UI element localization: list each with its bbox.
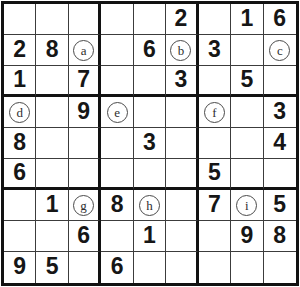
sudoku-cell-r3c1[interactable]: 1	[4, 66, 36, 97]
sudoku-cell-r4c3[interactable]: 9	[69, 97, 101, 128]
sudoku-cell-r5c6[interactable]	[166, 128, 198, 159]
sudoku-cell-r1c3[interactable]	[69, 4, 101, 35]
given-digit: 5	[240, 68, 253, 91]
sudoku-cell-r5c3[interactable]	[69, 128, 101, 159]
sudoku-cell-r3c4[interactable]	[101, 66, 133, 97]
sudoku-cell-r7c3[interactable]: g	[69, 190, 101, 221]
sudoku-cell-r8c5[interactable]: 1	[134, 221, 166, 252]
sudoku-cell-r5c8[interactable]	[231, 128, 263, 159]
sudoku-cell-r5c1[interactable]: 8	[4, 128, 36, 159]
given-digit: 1	[143, 224, 156, 247]
sudoku-cell-r6c5[interactable]	[134, 159, 166, 190]
given-digit: 6	[77, 224, 90, 247]
sudoku-cell-r7c9[interactable]: 5	[264, 190, 296, 221]
given-digit: 2	[13, 38, 26, 61]
sudoku-cell-r4c5[interactable]	[134, 97, 166, 128]
sudoku-cell-r5c4[interactable]	[101, 128, 133, 159]
sudoku-cell-r7c2[interactable]: 1	[36, 190, 68, 221]
sudoku-cell-r2c3[interactable]: a	[69, 35, 101, 66]
circled-letter-f: f	[204, 102, 225, 123]
sudoku-cell-r4c1[interactable]: d	[4, 97, 36, 128]
sudoku-cell-r4c6[interactable]	[166, 97, 198, 128]
circled-letter-e: e	[107, 102, 128, 123]
sudoku-cell-r4c7[interactable]: f	[199, 97, 231, 128]
sudoku-cell-r9c3[interactable]	[69, 252, 101, 283]
circled-letter-h: h	[139, 195, 160, 216]
sudoku-cell-r1c4[interactable]	[101, 4, 133, 35]
sudoku-cell-r8c4[interactable]	[101, 221, 133, 252]
sudoku-cell-r3c8[interactable]: 5	[231, 66, 263, 97]
sudoku-cell-r1c6[interactable]: 2	[166, 4, 198, 35]
sudoku-cell-r1c7[interactable]	[199, 4, 231, 35]
given-digit: 6	[13, 161, 26, 184]
sudoku-cell-r8c6[interactable]	[166, 221, 198, 252]
given-digit: 7	[208, 193, 221, 216]
sudoku-cell-r3c3[interactable]: 7	[69, 66, 101, 97]
given-digit: 3	[273, 100, 286, 123]
sudoku-cell-r4c9[interactable]: 3	[264, 97, 296, 128]
given-digit: 4	[273, 131, 286, 154]
sudoku-cell-r2c5[interactable]: 6	[134, 35, 166, 66]
given-digit: 5	[273, 193, 286, 216]
sudoku-cell-r6c7[interactable]: 5	[199, 159, 231, 190]
given-digit: 1	[46, 193, 59, 216]
given-digit: 5	[46, 255, 59, 278]
sudoku-cell-r4c8[interactable]	[231, 97, 263, 128]
circled-letter-d: d	[9, 102, 30, 123]
circled-letter-c: c	[269, 40, 290, 61]
sudoku-cell-r2c1[interactable]: 2	[4, 35, 36, 66]
given-digit: 3	[175, 68, 188, 91]
given-digit: 9	[13, 255, 26, 278]
sudoku-cell-r8c8[interactable]: 9	[231, 221, 263, 252]
sudoku-cell-r2c6[interactable]: b	[166, 35, 198, 66]
given-digit: 8	[13, 131, 26, 154]
sudoku-cell-r6c4[interactable]	[101, 159, 133, 190]
circled-letter-a: a	[73, 40, 94, 61]
sudoku-cell-r2c9[interactable]: c	[264, 35, 296, 66]
sudoku-cell-r6c1[interactable]: 6	[4, 159, 36, 190]
sudoku-cell-r7c5[interactable]: h	[134, 190, 166, 221]
sudoku-cell-r6c6[interactable]	[166, 159, 198, 190]
given-digit: 9	[240, 224, 253, 247]
sudoku-cell-r1c1[interactable]	[4, 4, 36, 35]
given-digit: 2	[175, 7, 188, 30]
given-digit: 8	[46, 38, 59, 61]
sudoku-cell-r2c2[interactable]: 8	[36, 35, 68, 66]
sudoku-cell-r8c3[interactable]: 6	[69, 221, 101, 252]
sudoku-cell-r7c7[interactable]: 7	[199, 190, 231, 221]
sudoku-cell-r9c4[interactable]: 6	[101, 252, 133, 283]
sudoku-cell-r3c5[interactable]	[134, 66, 166, 97]
sudoku-cell-r4c4[interactable]: e	[101, 97, 133, 128]
given-digit: 8	[273, 224, 286, 247]
sudoku-cell-r8c9[interactable]: 8	[264, 221, 296, 252]
sudoku-cell-r6c3[interactable]	[69, 159, 101, 190]
given-digit: 6	[273, 7, 286, 30]
given-digit: 6	[111, 255, 124, 278]
sudoku-cell-r9c6[interactable]	[166, 252, 198, 283]
given-digit: 6	[143, 38, 156, 61]
sudoku-cell-r9c9[interactable]	[264, 252, 296, 283]
sudoku-cell-r3c7[interactable]	[199, 66, 231, 97]
sudoku-cell-r2c7[interactable]: 3	[199, 35, 231, 66]
given-digit: 1	[240, 7, 253, 30]
sudoku-cell-r5c7[interactable]	[199, 128, 231, 159]
sudoku-cell-r8c1[interactable]	[4, 221, 36, 252]
sudoku-cell-r6c8[interactable]	[231, 159, 263, 190]
sudoku-cell-r1c5[interactable]	[134, 4, 166, 35]
given-digit: 1	[13, 68, 26, 91]
given-digit: 8	[111, 193, 124, 216]
sudoku-cell-r4c2[interactable]	[36, 97, 68, 128]
sudoku-cell-r8c2[interactable]	[36, 221, 68, 252]
sudoku-cell-r9c5[interactable]	[134, 252, 166, 283]
sudoku-page: 21628a6b3c1735d9ef3834651g8h7i56198956	[0, 0, 300, 287]
given-digit: 7	[77, 68, 90, 91]
sudoku-cell-r1c9[interactable]: 6	[264, 4, 296, 35]
sudoku-cell-r6c2[interactable]	[36, 159, 68, 190]
circled-letter-b: b	[170, 40, 191, 61]
sudoku-cell-r7c8[interactable]: i	[231, 190, 263, 221]
given-digit: 5	[208, 161, 221, 184]
given-digit: 3	[208, 38, 221, 61]
sudoku-cell-r1c2[interactable]	[36, 4, 68, 35]
circled-letter-i: i	[236, 195, 257, 216]
sudoku-cell-r5c2[interactable]	[36, 128, 68, 159]
sudoku-cell-r3c2[interactable]	[36, 66, 68, 97]
sudoku-cell-r1c8[interactable]: 1	[231, 4, 263, 35]
given-digit: 3	[143, 131, 156, 154]
sudoku-cell-r2c4[interactable]	[101, 35, 133, 66]
sudoku-cell-r8c7[interactable]	[199, 221, 231, 252]
circled-letter-g: g	[73, 195, 94, 216]
given-digit: 9	[77, 100, 90, 123]
sudoku-cell-r3c9[interactable]	[264, 66, 296, 97]
sudoku-cell-r7c4[interactable]: 8	[101, 190, 133, 221]
sudoku-cell-r2c8[interactable]	[231, 35, 263, 66]
sudoku-cell-r9c8[interactable]	[231, 252, 263, 283]
sudoku-cell-r5c5[interactable]: 3	[134, 128, 166, 159]
sudoku-cell-r9c7[interactable]	[199, 252, 231, 283]
sudoku-cell-r6c9[interactable]	[264, 159, 296, 190]
sudoku-cell-r3c6[interactable]: 3	[166, 66, 198, 97]
sudoku-cell-r9c1[interactable]: 9	[4, 252, 36, 283]
sudoku-cell-r7c1[interactable]	[4, 190, 36, 221]
sudoku-board: 21628a6b3c1735d9ef3834651g8h7i56198956	[1, 1, 299, 286]
sudoku-cell-r5c9[interactable]: 4	[264, 128, 296, 159]
sudoku-cell-r9c2[interactable]: 5	[36, 252, 68, 283]
sudoku-cell-r7c6[interactable]	[166, 190, 198, 221]
